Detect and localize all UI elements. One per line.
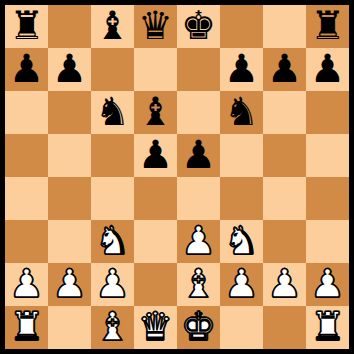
square-g4[interactable] <box>263 177 306 220</box>
square-f1[interactable] <box>220 306 263 349</box>
square-c3[interactable]: ♞ <box>91 220 134 263</box>
piece-black-pawn[interactable]: ♟ <box>52 48 87 90</box>
square-b4[interactable] <box>48 177 91 220</box>
square-h4[interactable] <box>306 177 349 220</box>
piece-white-pawn[interactable]: ♟ <box>181 220 216 262</box>
square-b7[interactable]: ♟ <box>48 48 91 91</box>
piece-black-knight[interactable]: ♞ <box>224 91 259 133</box>
square-h2[interactable]: ♟ <box>306 263 349 306</box>
square-b2[interactable]: ♟ <box>48 263 91 306</box>
square-b5[interactable] <box>48 134 91 177</box>
square-e2[interactable]: ♝ <box>177 263 220 306</box>
piece-white-pawn[interactable]: ♟ <box>95 263 130 305</box>
square-e3[interactable]: ♟ <box>177 220 220 263</box>
square-g1[interactable] <box>263 306 306 349</box>
piece-black-queen[interactable]: ♛ <box>138 5 173 47</box>
square-h8[interactable]: ♜ <box>306 5 349 48</box>
piece-white-pawn[interactable]: ♟ <box>52 263 87 305</box>
piece-white-knight[interactable]: ♞ <box>224 220 259 262</box>
square-c7[interactable] <box>91 48 134 91</box>
square-g3[interactable] <box>263 220 306 263</box>
square-g6[interactable] <box>263 91 306 134</box>
square-c8[interactable]: ♝ <box>91 5 134 48</box>
piece-black-bishop[interactable]: ♝ <box>138 91 173 133</box>
square-a6[interactable] <box>5 91 48 134</box>
square-a2[interactable]: ♟ <box>5 263 48 306</box>
square-a7[interactable]: ♟ <box>5 48 48 91</box>
square-h7[interactable]: ♟ <box>306 48 349 91</box>
square-e8[interactable]: ♚ <box>177 5 220 48</box>
piece-black-pawn[interactable]: ♟ <box>310 48 345 90</box>
square-g2[interactable]: ♟ <box>263 263 306 306</box>
square-c5[interactable] <box>91 134 134 177</box>
square-f4[interactable] <box>220 177 263 220</box>
square-a4[interactable] <box>5 177 48 220</box>
piece-white-pawn[interactable]: ♟ <box>310 263 345 305</box>
square-d4[interactable] <box>134 177 177 220</box>
square-b6[interactable] <box>48 91 91 134</box>
square-h6[interactable] <box>306 91 349 134</box>
piece-white-bishop[interactable]: ♝ <box>181 263 216 305</box>
square-a3[interactable] <box>5 220 48 263</box>
piece-white-queen[interactable]: ♛ <box>138 306 173 348</box>
square-a5[interactable] <box>5 134 48 177</box>
square-d7[interactable] <box>134 48 177 91</box>
square-d3[interactable] <box>134 220 177 263</box>
piece-black-pawn[interactable]: ♟ <box>224 48 259 90</box>
piece-white-bishop[interactable]: ♝ <box>95 306 130 348</box>
piece-white-pawn[interactable]: ♟ <box>224 263 259 305</box>
square-f7[interactable]: ♟ <box>220 48 263 91</box>
square-d2[interactable] <box>134 263 177 306</box>
piece-white-pawn[interactable]: ♟ <box>267 263 302 305</box>
square-e5[interactable]: ♟ <box>177 134 220 177</box>
square-e6[interactable] <box>177 91 220 134</box>
square-c1[interactable]: ♝ <box>91 306 134 349</box>
square-a1[interactable]: ♜ <box>5 306 48 349</box>
square-g8[interactable] <box>263 5 306 48</box>
square-f8[interactable] <box>220 5 263 48</box>
square-d8[interactable]: ♛ <box>134 5 177 48</box>
chess-board-frame: ♜♝♛♚♜♟♟♟♟♟♞♝♞♟♟♞♟♞♟♟♟♝♟♟♟♜♝♛♚♜ <box>0 0 354 354</box>
chess-board: ♜♝♛♚♜♟♟♟♟♟♞♝♞♟♟♞♟♞♟♟♟♝♟♟♟♜♝♛♚♜ <box>5 5 349 349</box>
square-h1[interactable]: ♜ <box>306 306 349 349</box>
square-a8[interactable]: ♜ <box>5 5 48 48</box>
square-e1[interactable]: ♚ <box>177 306 220 349</box>
piece-white-knight[interactable]: ♞ <box>95 220 130 262</box>
square-h5[interactable] <box>306 134 349 177</box>
square-f5[interactable] <box>220 134 263 177</box>
square-c4[interactable] <box>91 177 134 220</box>
square-f2[interactable]: ♟ <box>220 263 263 306</box>
square-b1[interactable] <box>48 306 91 349</box>
piece-black-pawn[interactable]: ♟ <box>9 48 44 90</box>
square-g5[interactable] <box>263 134 306 177</box>
piece-white-king[interactable]: ♚ <box>181 306 216 348</box>
piece-black-knight[interactable]: ♞ <box>95 91 130 133</box>
piece-black-pawn[interactable]: ♟ <box>138 134 173 176</box>
piece-black-rook[interactable]: ♜ <box>9 5 44 47</box>
piece-black-pawn[interactable]: ♟ <box>267 48 302 90</box>
piece-black-pawn[interactable]: ♟ <box>181 134 216 176</box>
square-d5[interactable]: ♟ <box>134 134 177 177</box>
square-f3[interactable]: ♞ <box>220 220 263 263</box>
piece-white-pawn[interactable]: ♟ <box>9 263 44 305</box>
square-d6[interactable]: ♝ <box>134 91 177 134</box>
square-e7[interactable] <box>177 48 220 91</box>
square-f6[interactable]: ♞ <box>220 91 263 134</box>
square-g7[interactable]: ♟ <box>263 48 306 91</box>
square-e4[interactable] <box>177 177 220 220</box>
square-h3[interactable] <box>306 220 349 263</box>
piece-black-rook[interactable]: ♜ <box>310 5 345 47</box>
piece-black-bishop[interactable]: ♝ <box>95 5 130 47</box>
square-d1[interactable]: ♛ <box>134 306 177 349</box>
square-c2[interactable]: ♟ <box>91 263 134 306</box>
square-b3[interactable] <box>48 220 91 263</box>
piece-white-rook[interactable]: ♜ <box>9 306 44 348</box>
piece-black-king[interactable]: ♚ <box>181 5 216 47</box>
square-b8[interactable] <box>48 5 91 48</box>
piece-white-rook[interactable]: ♜ <box>310 306 345 348</box>
square-c6[interactable]: ♞ <box>91 91 134 134</box>
